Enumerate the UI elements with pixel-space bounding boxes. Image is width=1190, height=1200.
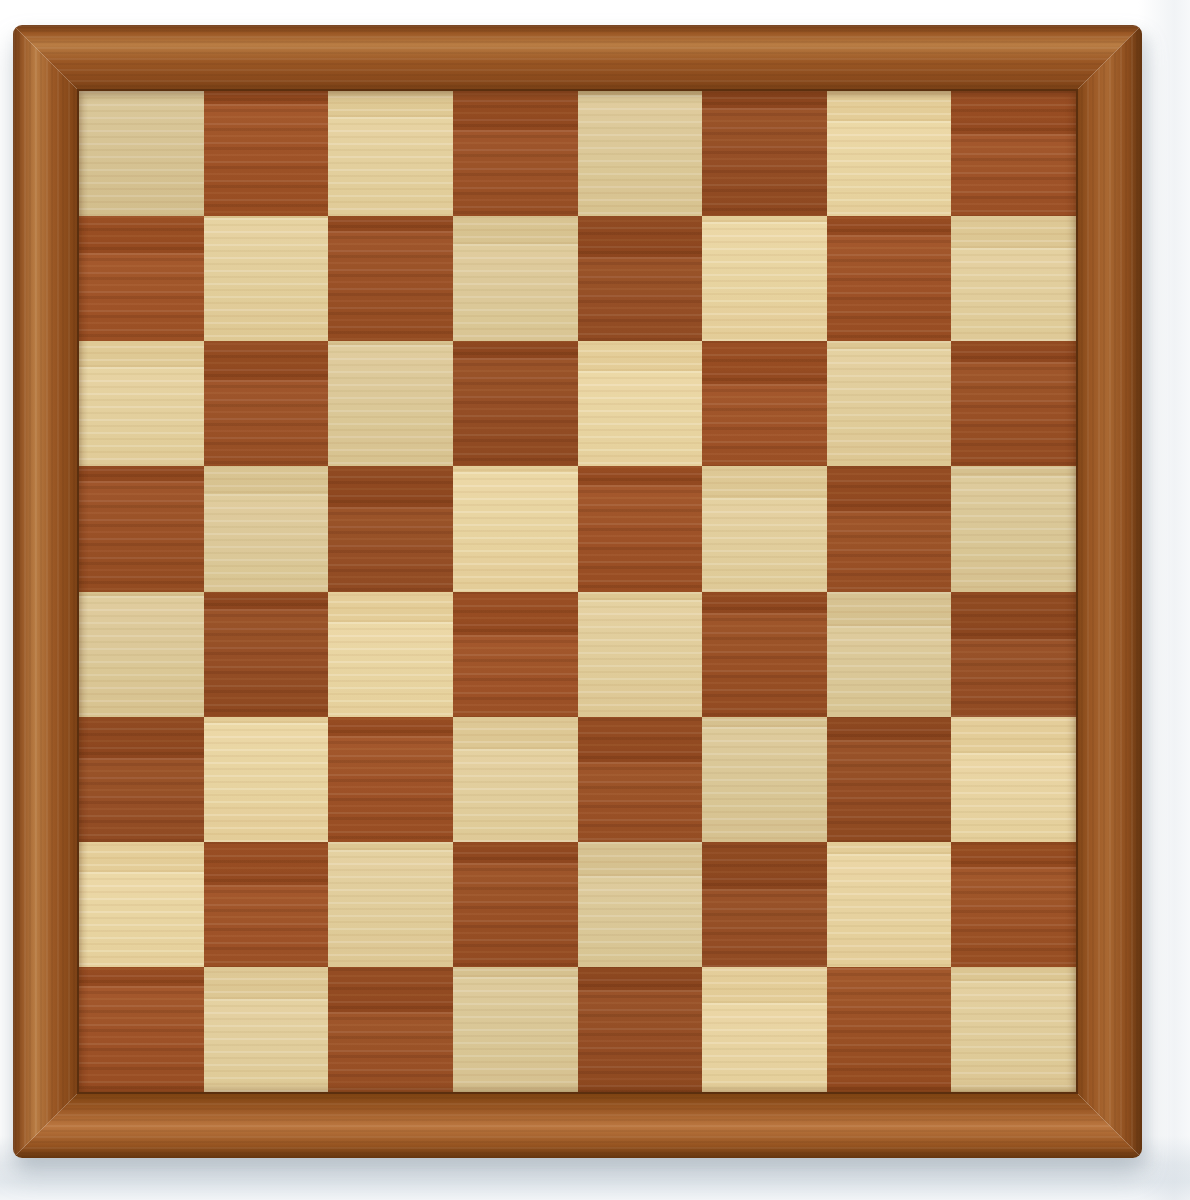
square-d5[interactable] bbox=[453, 466, 578, 591]
square-a4[interactable] bbox=[79, 592, 204, 717]
square-d6[interactable] bbox=[453, 341, 578, 466]
square-b8[interactable] bbox=[204, 91, 329, 216]
square-e6[interactable] bbox=[578, 341, 703, 466]
square-b3[interactable] bbox=[204, 717, 329, 842]
square-f8[interactable] bbox=[702, 91, 827, 216]
square-b5[interactable] bbox=[204, 466, 329, 591]
square-h6[interactable] bbox=[951, 341, 1076, 466]
square-c4[interactable] bbox=[328, 592, 453, 717]
square-a5[interactable] bbox=[79, 466, 204, 591]
square-d7[interactable] bbox=[453, 216, 578, 341]
square-d4[interactable] bbox=[453, 592, 578, 717]
square-f7[interactable] bbox=[702, 216, 827, 341]
square-g7[interactable] bbox=[827, 216, 952, 341]
square-f1[interactable] bbox=[702, 967, 827, 1092]
square-e5[interactable] bbox=[578, 466, 703, 591]
square-e7[interactable] bbox=[578, 216, 703, 341]
square-d8[interactable] bbox=[453, 91, 578, 216]
board-grid bbox=[77, 89, 1078, 1094]
square-e3[interactable] bbox=[578, 717, 703, 842]
square-h8[interactable] bbox=[951, 91, 1076, 216]
square-h2[interactable] bbox=[951, 842, 1076, 967]
board-frame-left bbox=[13, 25, 79, 1158]
page-background bbox=[0, 0, 1190, 1200]
square-c2[interactable] bbox=[328, 842, 453, 967]
square-e4[interactable] bbox=[578, 592, 703, 717]
square-h3[interactable] bbox=[951, 717, 1076, 842]
square-f4[interactable] bbox=[702, 592, 827, 717]
square-g3[interactable] bbox=[827, 717, 952, 842]
square-a2[interactable] bbox=[79, 842, 204, 967]
square-g2[interactable] bbox=[827, 842, 952, 967]
square-e2[interactable] bbox=[578, 842, 703, 967]
square-c5[interactable] bbox=[328, 466, 453, 591]
square-c3[interactable] bbox=[328, 717, 453, 842]
square-g5[interactable] bbox=[827, 466, 952, 591]
square-a3[interactable] bbox=[79, 717, 204, 842]
square-f5[interactable] bbox=[702, 466, 827, 591]
square-g8[interactable] bbox=[827, 91, 952, 216]
board-frame-top bbox=[13, 25, 1142, 91]
square-c1[interactable] bbox=[328, 967, 453, 1092]
square-b1[interactable] bbox=[204, 967, 329, 1092]
square-h5[interactable] bbox=[951, 466, 1076, 591]
square-a6[interactable] bbox=[79, 341, 204, 466]
square-b4[interactable] bbox=[204, 592, 329, 717]
square-f3[interactable] bbox=[702, 717, 827, 842]
square-g4[interactable] bbox=[827, 592, 952, 717]
square-g6[interactable] bbox=[827, 341, 952, 466]
square-d1[interactable] bbox=[453, 967, 578, 1092]
square-a1[interactable] bbox=[79, 967, 204, 1092]
square-c7[interactable] bbox=[328, 216, 453, 341]
square-b6[interactable] bbox=[204, 341, 329, 466]
square-d2[interactable] bbox=[453, 842, 578, 967]
square-a8[interactable] bbox=[79, 91, 204, 216]
board-drop-shadow-right bbox=[1138, 0, 1190, 1200]
square-e1[interactable] bbox=[578, 967, 703, 1092]
square-c6[interactable] bbox=[328, 341, 453, 466]
square-h4[interactable] bbox=[951, 592, 1076, 717]
square-c8[interactable] bbox=[328, 91, 453, 216]
square-g1[interactable] bbox=[827, 967, 952, 1092]
board-frame-bottom bbox=[13, 1092, 1142, 1158]
square-b2[interactable] bbox=[204, 842, 329, 967]
square-f2[interactable] bbox=[702, 842, 827, 967]
square-a7[interactable] bbox=[79, 216, 204, 341]
square-d3[interactable] bbox=[453, 717, 578, 842]
chess-board bbox=[13, 25, 1142, 1158]
square-b7[interactable] bbox=[204, 216, 329, 341]
board-frame-right bbox=[1076, 25, 1142, 1158]
square-h7[interactable] bbox=[951, 216, 1076, 341]
square-h1[interactable] bbox=[951, 967, 1076, 1092]
square-e8[interactable] bbox=[578, 91, 703, 216]
square-f6[interactable] bbox=[702, 341, 827, 466]
